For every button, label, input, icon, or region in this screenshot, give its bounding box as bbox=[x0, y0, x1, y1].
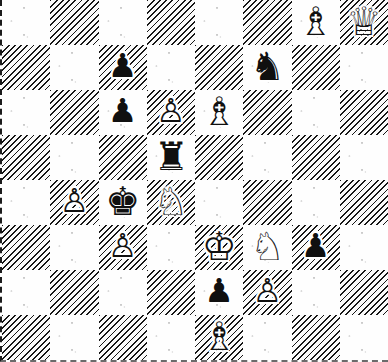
square-g3: ♟ bbox=[292, 225, 340, 270]
square-b7 bbox=[50, 45, 98, 90]
black-rook-d5: ♜ bbox=[153, 137, 188, 176]
square-g4 bbox=[292, 180, 340, 225]
white-pawn-d6: ♙ bbox=[156, 94, 186, 127]
square-b3 bbox=[50, 225, 98, 270]
square-f1 bbox=[243, 315, 291, 360]
square-e5 bbox=[195, 135, 243, 180]
square-c2 bbox=[99, 270, 147, 315]
square-a7 bbox=[2, 45, 50, 90]
square-c3: ♙ bbox=[99, 225, 147, 270]
square-g7 bbox=[292, 45, 340, 90]
white-queen-h8: ♕ bbox=[346, 2, 381, 41]
square-c8 bbox=[99, 0, 147, 45]
black-pawn-c6: ♟ bbox=[108, 94, 138, 127]
square-e3: ♔ bbox=[195, 225, 243, 270]
square-f4 bbox=[243, 180, 291, 225]
white-knight-d4: ♘ bbox=[153, 182, 188, 221]
square-a3 bbox=[2, 225, 50, 270]
square-e4 bbox=[195, 180, 243, 225]
square-h7 bbox=[340, 45, 388, 90]
square-d5: ♜ bbox=[147, 135, 195, 180]
square-e1: ♗ bbox=[195, 315, 243, 360]
square-b4: ♙ bbox=[50, 180, 98, 225]
square-h5 bbox=[340, 135, 388, 180]
square-c1 bbox=[99, 315, 147, 360]
square-b5 bbox=[50, 135, 98, 180]
square-f2: ♙ bbox=[243, 270, 291, 315]
white-pawn-b4: ♙ bbox=[60, 184, 90, 217]
square-d6: ♙ bbox=[147, 90, 195, 135]
black-pawn-g3: ♟ bbox=[301, 229, 331, 262]
square-g6 bbox=[292, 90, 340, 135]
square-e7 bbox=[195, 45, 243, 90]
square-c7: ♟ bbox=[99, 45, 147, 90]
square-b8 bbox=[50, 0, 98, 45]
square-d1 bbox=[147, 315, 195, 360]
square-e6: ♗ bbox=[195, 90, 243, 135]
square-c4: ♚ bbox=[99, 180, 147, 225]
square-d2 bbox=[147, 270, 195, 315]
square-g1 bbox=[292, 315, 340, 360]
square-h8: ♕ bbox=[340, 0, 388, 45]
square-a5 bbox=[2, 135, 50, 180]
white-bishop-e6: ♗ bbox=[202, 92, 237, 131]
square-b1 bbox=[50, 315, 98, 360]
square-a8 bbox=[2, 0, 50, 45]
white-king-e3: ♔ bbox=[202, 227, 237, 266]
square-d8 bbox=[147, 0, 195, 45]
square-d4: ♘ bbox=[147, 180, 195, 225]
square-a2 bbox=[2, 270, 50, 315]
white-pawn-f2: ♙ bbox=[253, 274, 283, 307]
chessboard: ♗♕♟♞♟♙♗♜♙♚♘♙♔♘♟♟♙♗ bbox=[0, 0, 388, 362]
square-e2: ♟ bbox=[195, 270, 243, 315]
square-b6 bbox=[50, 90, 98, 135]
white-pawn-c3: ♙ bbox=[108, 229, 138, 262]
square-e8 bbox=[195, 0, 243, 45]
square-f3: ♘ bbox=[243, 225, 291, 270]
black-knight-f7: ♞ bbox=[250, 47, 285, 86]
white-knight-f3: ♘ bbox=[250, 227, 285, 266]
square-d3 bbox=[147, 225, 195, 270]
square-h6 bbox=[340, 90, 388, 135]
square-h2 bbox=[340, 270, 388, 315]
white-bishop-e1: ♗ bbox=[202, 317, 237, 356]
square-c5 bbox=[99, 135, 147, 180]
square-d7 bbox=[147, 45, 195, 90]
square-b2 bbox=[50, 270, 98, 315]
square-a4 bbox=[2, 180, 50, 225]
square-f8 bbox=[243, 0, 291, 45]
square-g8: ♗ bbox=[292, 0, 340, 45]
square-h3 bbox=[340, 225, 388, 270]
black-pawn-c7: ♟ bbox=[108, 49, 138, 82]
square-f7: ♞ bbox=[243, 45, 291, 90]
square-a1 bbox=[2, 315, 50, 360]
square-f6 bbox=[243, 90, 291, 135]
black-king-c4: ♚ bbox=[105, 182, 140, 221]
square-a6 bbox=[2, 90, 50, 135]
square-g2 bbox=[292, 270, 340, 315]
square-h1 bbox=[340, 315, 388, 360]
square-h4 bbox=[340, 180, 388, 225]
square-c6: ♟ bbox=[99, 90, 147, 135]
black-pawn-e2: ♟ bbox=[204, 274, 234, 307]
square-g5 bbox=[292, 135, 340, 180]
square-f5 bbox=[243, 135, 291, 180]
white-bishop-g8: ♗ bbox=[298, 2, 333, 41]
